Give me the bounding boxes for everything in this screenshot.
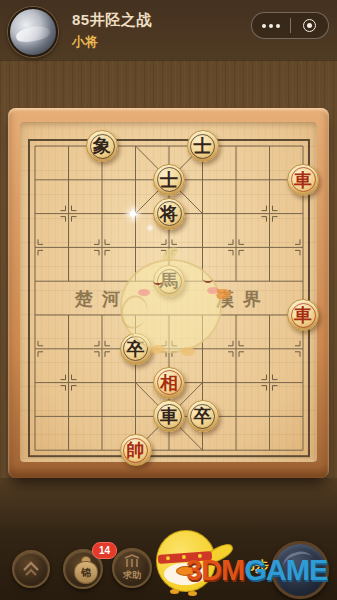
piece-red-相[interactable]: 相 bbox=[153, 367, 185, 399]
piece-black-士[interactable]: 士 bbox=[187, 130, 219, 162]
piece-red-車[interactable]: 車 bbox=[287, 164, 319, 196]
piece-red-帥[interactable]: 帥 bbox=[120, 434, 152, 466]
chevron-up-icon bbox=[21, 560, 41, 578]
piece-black-象[interactable]: 象 bbox=[86, 130, 118, 162]
money-bag-icon: 锦 bbox=[74, 561, 98, 584]
piece-black-馬[interactable]: 馬 bbox=[153, 265, 185, 297]
river-label-right: 漢界 bbox=[216, 287, 270, 311]
avatar[interactable] bbox=[8, 7, 58, 57]
help-button[interactable]: 求助 bbox=[112, 548, 152, 588]
app-screen: 85井陉之战 小将 楚河 漢界 bbox=[0, 0, 337, 600]
close-icon bbox=[303, 19, 316, 32]
header: 85井陉之战 小将 bbox=[0, 0, 337, 60]
piece-black-卒[interactable]: 卒 bbox=[187, 400, 219, 432]
close-button[interactable] bbox=[291, 13, 329, 38]
bottom-bar: 锦 14 求助 6步 bbox=[0, 528, 337, 600]
more-button[interactable] bbox=[252, 13, 290, 38]
piece-black-士[interactable]: 士 bbox=[153, 164, 185, 196]
piece-red-車[interactable]: 車 bbox=[287, 299, 319, 331]
black-stone-button[interactable] bbox=[271, 541, 329, 599]
river-label-left: 楚河 bbox=[75, 287, 129, 311]
help-label: 求助 bbox=[123, 569, 141, 582]
page-title: 85井陉之战 bbox=[72, 11, 152, 30]
miniprogram-capsule bbox=[251, 12, 329, 39]
piece-black-卒[interactable]: 卒 bbox=[120, 333, 152, 365]
bag-char: 锦 bbox=[81, 566, 91, 580]
pavilion-icon bbox=[123, 554, 141, 568]
hint-count-badge: 14 bbox=[92, 542, 117, 559]
more-icon bbox=[262, 24, 280, 28]
rank-label: 小将 bbox=[72, 33, 98, 51]
board-tray: 楚河 漢界 象士士車将馬車卒相車卒帥 bbox=[8, 108, 329, 478]
menu-button[interactable] bbox=[12, 550, 50, 588]
step-counter: 6步 bbox=[247, 558, 269, 576]
piece-black-車[interactable]: 車 bbox=[153, 400, 185, 432]
piece-black-将[interactable]: 将 bbox=[153, 198, 185, 230]
board-surface[interactable]: 楚河 漢界 象士士車将馬車卒相車卒帥 bbox=[20, 122, 317, 462]
